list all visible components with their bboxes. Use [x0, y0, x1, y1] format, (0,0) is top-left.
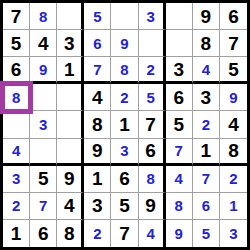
given-digit: 9: [201, 7, 212, 26]
given-digit: 6: [11, 60, 22, 79]
cell-r7c7[interactable]: 4: [166, 166, 193, 193]
given-digit: 6: [173, 88, 184, 107]
cell-r6c1[interactable]: 4: [3, 139, 30, 166]
cell-r5c1[interactable]: [3, 111, 30, 138]
cell-r3c1[interactable]: 6: [3, 57, 30, 84]
cell-r1c1[interactable]: 7: [3, 3, 30, 30]
given-digit: 1: [119, 115, 130, 134]
cell-r7c4[interactable]: 1: [84, 166, 111, 193]
cell-r1c5[interactable]: [111, 3, 138, 30]
sudoku-board: 7853965436987691782345842563938175244936…: [0, 0, 250, 250]
cell-r8c2[interactable]: 7: [30, 193, 57, 220]
filled-digit: 7: [39, 198, 47, 213]
filled-digit: 4: [146, 226, 154, 241]
cell-r1c7[interactable]: [166, 3, 193, 30]
cell-r6c8[interactable]: 1: [193, 139, 220, 166]
given-digit: 6: [119, 169, 130, 188]
filled-digit: 5: [146, 90, 154, 105]
filled-digit: 5: [93, 9, 101, 24]
cell-r8c8[interactable]: 6: [193, 193, 220, 220]
given-digit: 7: [145, 115, 156, 134]
cell-r8c9[interactable]: 1: [220, 193, 247, 220]
given-digit: 3: [64, 34, 75, 53]
cell-r2c6[interactable]: [139, 30, 166, 57]
filled-digit: 9: [175, 226, 183, 241]
cell-r5c7[interactable]: 5: [166, 111, 193, 138]
cell-r7c2[interactable]: 5: [30, 166, 57, 193]
given-digit: 7: [119, 224, 130, 243]
cell-r7c9[interactable]: 2: [220, 166, 247, 193]
filled-digit: 6: [202, 198, 210, 213]
filled-digit: 4: [12, 143, 20, 158]
cell-r8c3[interactable]: 4: [57, 193, 84, 220]
cell-r9c1[interactable]: 1: [3, 220, 30, 247]
filled-digit: 8: [39, 9, 47, 24]
cell-r2c4[interactable]: 6: [84, 30, 111, 57]
cell-r6c6[interactable]: 6: [139, 139, 166, 166]
given-digit: 8: [92, 115, 103, 134]
filled-digit: 2: [12, 198, 20, 213]
given-digit: 6: [228, 7, 239, 26]
given-digit: 8: [64, 224, 75, 243]
cell-r9c3[interactable]: 8: [57, 220, 84, 247]
given-digit: 1: [92, 169, 103, 188]
filled-digit: 9: [229, 90, 237, 105]
cell-r7c6[interactable]: 8: [139, 166, 166, 193]
cell-r9c6[interactable]: 4: [139, 220, 166, 247]
cell-r6c3[interactable]: [57, 139, 84, 166]
given-digit: 5: [11, 34, 22, 53]
cell-r6c5[interactable]: 3: [111, 139, 138, 166]
cell-r4c5[interactable]: 2: [111, 84, 138, 111]
cell-r9c7[interactable]: 9: [166, 220, 193, 247]
given-digit: 4: [228, 115, 239, 134]
filled-digit: 8: [175, 198, 183, 213]
filled-digit: 8: [12, 90, 20, 105]
cell-r8c5[interactable]: 5: [111, 193, 138, 220]
filled-digit: 2: [120, 90, 128, 105]
given-digit: 9: [145, 196, 156, 215]
cell-r7c1[interactable]: 3: [3, 166, 30, 193]
filled-digit: 5: [202, 226, 210, 241]
cell-r2c2[interactable]: 4: [30, 30, 57, 57]
filled-digit: 3: [12, 171, 20, 186]
cell-r1c4[interactable]: 5: [84, 3, 111, 30]
cell-r4c3[interactable]: [57, 84, 84, 111]
cell-r1c6[interactable]: 3: [139, 3, 166, 30]
cell-r5c9[interactable]: 4: [220, 111, 247, 138]
cell-r1c9[interactable]: 6: [220, 3, 247, 30]
cell-r8c1[interactable]: 2: [3, 193, 30, 220]
cell-r2c7[interactable]: [166, 30, 193, 57]
given-digit: 9: [92, 141, 103, 160]
cell-r5c4[interactable]: 8: [84, 111, 111, 138]
cell-r5c3[interactable]: [57, 111, 84, 138]
given-digit: 4: [38, 34, 49, 53]
given-digit: 8: [228, 141, 239, 160]
filled-digit: 9: [120, 36, 128, 51]
given-digit: 4: [64, 196, 75, 215]
cell-r1c2[interactable]: 8: [30, 3, 57, 30]
given-digit: 6: [38, 224, 49, 243]
filled-digit: 3: [39, 117, 47, 132]
cell-r2c1[interactable]: 5: [3, 30, 30, 57]
cell-r6c2[interactable]: [30, 139, 57, 166]
cell-r2c8[interactable]: 8: [193, 30, 220, 57]
filled-digit: 7: [93, 62, 101, 77]
cell-r1c8[interactable]: 9: [193, 3, 220, 30]
cell-r3c5[interactable]: 8: [111, 57, 138, 84]
cell-r3c4[interactable]: 7: [84, 57, 111, 84]
given-digit: 1: [11, 224, 22, 243]
cell-r2c9[interactable]: 7: [220, 30, 247, 57]
cell-r1c3[interactable]: [57, 3, 84, 30]
cell-r9c8[interactable]: 5: [193, 220, 220, 247]
filled-digit: 3: [229, 226, 237, 241]
cell-r9c2[interactable]: 6: [30, 220, 57, 247]
cell-r9c9[interactable]: 3: [220, 220, 247, 247]
cell-r5c8[interactable]: 2: [193, 111, 220, 138]
cell-r4c1[interactable]: 8: [3, 84, 30, 111]
given-digit: 8: [201, 34, 212, 53]
cell-r2c5[interactable]: 9: [111, 30, 138, 57]
given-digit: 3: [92, 196, 103, 215]
cell-r3c8[interactable]: 4: [193, 57, 220, 84]
cell-r7c8[interactable]: 7: [193, 166, 220, 193]
filled-digit: 3: [146, 9, 154, 24]
cell-r4c2[interactable]: [30, 84, 57, 111]
given-digit: 5: [173, 115, 184, 134]
cell-r4c4[interactable]: 4: [84, 84, 111, 111]
cell-r3c7[interactable]: 3: [166, 57, 193, 84]
cell-r6c7[interactable]: 7: [166, 139, 193, 166]
cell-r4c9[interactable]: 9: [220, 84, 247, 111]
given-digit: 1: [64, 60, 75, 79]
filled-digit: 4: [175, 171, 183, 186]
given-digit: 1: [201, 141, 212, 160]
cell-r7c5[interactable]: 6: [111, 166, 138, 193]
cell-r5c5[interactable]: 1: [111, 111, 138, 138]
given-digit: 5: [228, 60, 239, 79]
cell-r6c4[interactable]: 9: [84, 139, 111, 166]
filled-digit: 6: [93, 36, 101, 51]
filled-digit: 9: [39, 62, 47, 77]
cell-r8c6[interactable]: 9: [139, 193, 166, 220]
cell-r9c5[interactable]: 7: [111, 220, 138, 247]
given-digit: 4: [92, 88, 103, 107]
cell-r4c7[interactable]: 6: [166, 84, 193, 111]
filled-digit: 8: [146, 171, 154, 186]
filled-digit: 7: [175, 143, 183, 158]
cell-r7c3[interactable]: 9: [57, 166, 84, 193]
cell-r5c6[interactable]: 7: [139, 111, 166, 138]
filled-digit: 2: [229, 171, 237, 186]
given-digit: 3: [173, 60, 184, 79]
cell-r4c8[interactable]: 3: [193, 84, 220, 111]
cell-r2c3[interactable]: 3: [57, 30, 84, 57]
filled-digit: 3: [120, 143, 128, 158]
given-digit: 3: [201, 88, 212, 107]
filled-digit: 2: [93, 226, 101, 241]
cell-r3c3[interactable]: 1: [57, 57, 84, 84]
filled-digit: 2: [202, 117, 210, 132]
filled-digit: 4: [202, 62, 210, 77]
filled-digit: 8: [120, 62, 128, 77]
given-digit: 9: [64, 169, 75, 188]
given-digit: 6: [145, 141, 156, 160]
given-digit: 7: [228, 34, 239, 53]
cell-r5c2[interactable]: 3: [30, 111, 57, 138]
given-digit: 7: [11, 7, 22, 26]
cell-r4c6[interactable]: 5: [139, 84, 166, 111]
given-digit: 5: [38, 169, 49, 188]
filled-digit: 7: [202, 171, 210, 186]
filled-digit: 2: [146, 62, 154, 77]
cell-r3c2[interactable]: 9: [30, 57, 57, 84]
cell-r3c9[interactable]: 5: [220, 57, 247, 84]
cell-r6c9[interactable]: 8: [220, 139, 247, 166]
filled-digit: 1: [229, 198, 237, 213]
cell-r8c4[interactable]: 3: [84, 193, 111, 220]
given-digit: 5: [119, 196, 130, 215]
cell-r9c4[interactable]: 2: [84, 220, 111, 247]
cell-r3c6[interactable]: 2: [139, 57, 166, 84]
cell-r8c7[interactable]: 8: [166, 193, 193, 220]
